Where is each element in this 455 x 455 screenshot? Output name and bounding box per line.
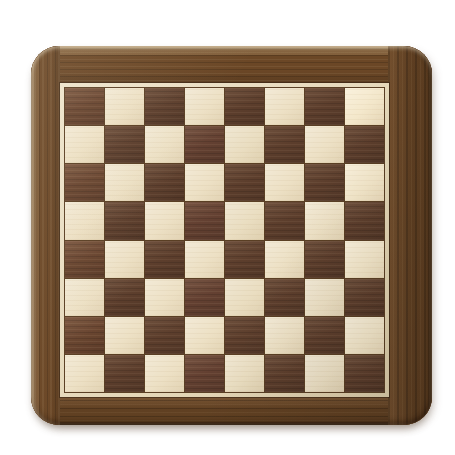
square-r5c2-light — [145, 279, 184, 316]
square-r4c7-light — [345, 241, 384, 278]
square-r1c1-dark — [105, 126, 144, 163]
square-r1c2-light — [145, 126, 184, 163]
square-r0c4-dark — [225, 88, 264, 125]
square-r1c6-light — [305, 126, 344, 163]
square-r6c2-dark — [145, 317, 184, 354]
square-r6c7-light — [345, 317, 384, 354]
square-r6c0-dark — [65, 317, 104, 354]
square-r2c2-dark — [145, 164, 184, 201]
board-frame-bottom-rail — [31, 396, 432, 425]
square-r2c0-dark — [65, 164, 104, 201]
square-r3c3-dark — [185, 202, 224, 239]
square-r0c0-dark — [65, 88, 104, 125]
square-r6c1-light — [105, 317, 144, 354]
square-r6c4-dark — [225, 317, 264, 354]
square-r0c1-light — [105, 88, 144, 125]
squares-grid — [64, 87, 385, 393]
square-r0c3-light — [185, 88, 224, 125]
square-r7c6-light — [305, 355, 344, 392]
square-r6c3-light — [185, 317, 224, 354]
square-r0c6-dark — [305, 88, 344, 125]
square-r3c0-light — [65, 202, 104, 239]
square-r3c5-dark — [265, 202, 304, 239]
square-r5c5-dark — [265, 279, 304, 316]
square-r3c7-dark — [345, 202, 384, 239]
square-r5c7-dark — [345, 279, 384, 316]
square-r7c3-dark — [185, 355, 224, 392]
square-r6c5-light — [265, 317, 304, 354]
square-r5c1-dark — [105, 279, 144, 316]
square-r4c1-light — [105, 241, 144, 278]
square-r0c2-dark — [145, 88, 184, 125]
square-r7c0-light — [65, 355, 104, 392]
square-r1c7-dark — [345, 126, 384, 163]
square-r4c4-dark — [225, 241, 264, 278]
square-r7c4-light — [225, 355, 264, 392]
square-r2c3-light — [185, 164, 224, 201]
square-r2c1-light — [105, 164, 144, 201]
square-r0c5-light — [265, 88, 304, 125]
square-r2c4-dark — [225, 164, 264, 201]
square-r5c4-light — [225, 279, 264, 316]
board-frame-left-rail — [31, 46, 60, 425]
square-r6c6-dark — [305, 317, 344, 354]
square-r4c2-dark — [145, 241, 184, 278]
square-r7c5-dark — [265, 355, 304, 392]
square-r7c2-light — [145, 355, 184, 392]
square-r3c2-light — [145, 202, 184, 239]
chess-board — [31, 46, 432, 425]
board-frame-top-rail — [31, 46, 432, 84]
square-r1c3-dark — [185, 126, 224, 163]
square-r4c5-light — [265, 241, 304, 278]
square-r2c6-dark — [305, 164, 344, 201]
square-r1c4-light — [225, 126, 264, 163]
square-r3c4-light — [225, 202, 264, 239]
square-r2c5-light — [265, 164, 304, 201]
square-r5c0-light — [65, 279, 104, 316]
square-r1c5-dark — [265, 126, 304, 163]
square-r5c6-light — [305, 279, 344, 316]
square-r4c6-dark — [305, 241, 344, 278]
square-r5c3-dark — [185, 279, 224, 316]
square-r0c7-light — [345, 88, 384, 125]
square-r3c1-dark — [105, 202, 144, 239]
square-r3c6-light — [305, 202, 344, 239]
square-r2c7-light — [345, 164, 384, 201]
board-inlay-border — [60, 83, 389, 397]
product-photo-canvas — [0, 0, 455, 455]
board-frame-right-rail — [388, 46, 432, 425]
square-r7c7-dark — [345, 355, 384, 392]
square-r7c1-dark — [105, 355, 144, 392]
square-r4c3-light — [185, 241, 224, 278]
square-r1c0-light — [65, 126, 104, 163]
square-r4c0-dark — [65, 241, 104, 278]
